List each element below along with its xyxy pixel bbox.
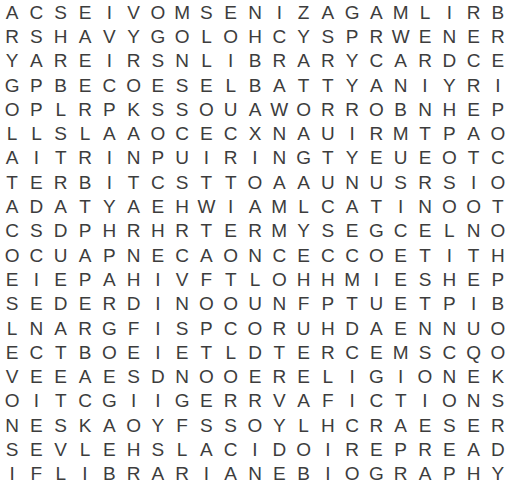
- grid-cell[interactable]: O: [243, 316, 267, 340]
- grid-cell[interactable]: K: [73, 413, 97, 437]
- grid-cell[interactable]: S: [49, 121, 73, 145]
- grid-cell[interactable]: N: [0, 413, 24, 437]
- grid-cell[interactable]: N: [243, 243, 267, 267]
- grid-cell[interactable]: S: [146, 437, 170, 461]
- grid-cell[interactable]: E: [461, 97, 485, 121]
- grid-cell[interactable]: E: [461, 24, 485, 48]
- grid-cell[interactable]: O: [194, 292, 218, 316]
- grid-cell[interactable]: U: [389, 146, 413, 170]
- grid-cell[interactable]: G: [364, 219, 388, 243]
- grid-cell[interactable]: E: [413, 219, 437, 243]
- grid-cell[interactable]: L: [194, 24, 218, 48]
- grid-cell[interactable]: F: [194, 267, 218, 291]
- grid-cell[interactable]: U: [316, 121, 340, 145]
- grid-cell[interactable]: O: [219, 24, 243, 48]
- grid-cell[interactable]: H: [316, 316, 340, 340]
- grid-cell[interactable]: O: [267, 267, 291, 291]
- grid-cell[interactable]: O: [0, 97, 24, 121]
- grid-cell[interactable]: E: [291, 340, 315, 364]
- grid-cell[interactable]: P: [146, 146, 170, 170]
- grid-cell[interactable]: A: [413, 462, 437, 486]
- grid-cell[interactable]: E: [73, 73, 97, 97]
- grid-cell[interactable]: B: [97, 462, 121, 486]
- grid-cell[interactable]: E: [461, 413, 485, 437]
- grid-cell[interactable]: B: [243, 49, 267, 73]
- grid-cell[interactable]: F: [170, 413, 194, 437]
- grid-cell[interactable]: C: [316, 243, 340, 267]
- grid-cell[interactable]: I: [389, 194, 413, 218]
- grid-cell[interactable]: C: [267, 24, 291, 48]
- grid-cell[interactable]: A: [364, 73, 388, 97]
- grid-cell[interactable]: R: [364, 24, 388, 48]
- grid-cell[interactable]: H: [316, 413, 340, 437]
- grid-cell[interactable]: A: [316, 0, 340, 24]
- grid-cell[interactable]: V: [0, 364, 24, 388]
- grid-cell[interactable]: L: [194, 49, 218, 73]
- grid-cell[interactable]: R: [243, 219, 267, 243]
- grid-cell[interactable]: R: [364, 413, 388, 437]
- grid-cell[interactable]: O: [437, 146, 461, 170]
- grid-cell[interactable]: N: [121, 146, 145, 170]
- grid-cell[interactable]: D: [49, 219, 73, 243]
- grid-cell[interactable]: I: [146, 340, 170, 364]
- grid-cell[interactable]: E: [194, 121, 218, 145]
- grid-cell[interactable]: Y: [146, 413, 170, 437]
- grid-cell[interactable]: L: [170, 437, 194, 461]
- grid-cell[interactable]: E: [146, 73, 170, 97]
- grid-cell[interactable]: A: [219, 462, 243, 486]
- grid-cell[interactable]: H: [146, 219, 170, 243]
- grid-cell[interactable]: U: [316, 170, 340, 194]
- grid-cell[interactable]: C: [24, 340, 48, 364]
- grid-cell[interactable]: I: [413, 73, 437, 97]
- grid-cell[interactable]: T: [340, 292, 364, 316]
- grid-cell[interactable]: N: [243, 0, 267, 24]
- grid-cell[interactable]: O: [461, 194, 485, 218]
- grid-cell[interactable]: G: [364, 462, 388, 486]
- grid-cell[interactable]: Y: [340, 49, 364, 73]
- grid-cell[interactable]: S: [194, 413, 218, 437]
- grid-cell[interactable]: C: [340, 243, 364, 267]
- grid-cell[interactable]: P: [437, 121, 461, 145]
- grid-cell[interactable]: A: [364, 0, 388, 24]
- grid-cell[interactable]: T: [486, 194, 510, 218]
- grid-cell[interactable]: T: [291, 73, 315, 97]
- grid-cell[interactable]: R: [316, 97, 340, 121]
- grid-cell[interactable]: D: [121, 292, 145, 316]
- grid-cell[interactable]: C: [267, 243, 291, 267]
- grid-cell[interactable]: E: [73, 49, 97, 73]
- grid-cell[interactable]: L: [291, 413, 315, 437]
- grid-cell[interactable]: U: [170, 146, 194, 170]
- grid-cell[interactable]: L: [49, 462, 73, 486]
- grid-cell[interactable]: E: [0, 340, 24, 364]
- grid-cell[interactable]: S: [121, 364, 145, 388]
- grid-cell[interactable]: C: [146, 170, 170, 194]
- grid-cell[interactable]: S: [146, 97, 170, 121]
- grid-cell[interactable]: A: [340, 194, 364, 218]
- grid-cell[interactable]: P: [437, 462, 461, 486]
- grid-cell[interactable]: T: [49, 340, 73, 364]
- grid-cell[interactable]: I: [194, 462, 218, 486]
- grid-cell[interactable]: E: [364, 340, 388, 364]
- grid-cell[interactable]: A: [73, 24, 97, 48]
- grid-cell[interactable]: P: [24, 73, 48, 97]
- grid-cell[interactable]: I: [0, 462, 24, 486]
- grid-cell[interactable]: O: [97, 340, 121, 364]
- grid-cell[interactable]: C: [316, 194, 340, 218]
- grid-cell[interactable]: A: [49, 316, 73, 340]
- grid-cell[interactable]: A: [267, 73, 291, 97]
- grid-cell[interactable]: E: [461, 267, 485, 291]
- grid-cell[interactable]: L: [73, 437, 97, 461]
- grid-cell[interactable]: C: [340, 340, 364, 364]
- grid-cell[interactable]: R: [486, 413, 510, 437]
- grid-cell[interactable]: E: [340, 219, 364, 243]
- grid-cell[interactable]: A: [291, 121, 315, 145]
- grid-cell[interactable]: H: [291, 267, 315, 291]
- grid-cell[interactable]: C: [461, 49, 485, 73]
- grid-cell[interactable]: A: [0, 194, 24, 218]
- grid-cell[interactable]: I: [194, 146, 218, 170]
- grid-cell[interactable]: C: [24, 243, 48, 267]
- grid-cell[interactable]: C: [0, 219, 24, 243]
- grid-cell[interactable]: T: [194, 219, 218, 243]
- grid-cell[interactable]: R: [340, 437, 364, 461]
- grid-cell[interactable]: H: [437, 267, 461, 291]
- grid-cell[interactable]: R: [316, 49, 340, 73]
- grid-cell[interactable]: U: [364, 292, 388, 316]
- grid-cell[interactable]: C: [340, 413, 364, 437]
- grid-cell[interactable]: B: [49, 73, 73, 97]
- grid-cell[interactable]: M: [389, 121, 413, 145]
- grid-cell[interactable]: I: [97, 146, 121, 170]
- grid-cell[interactable]: N: [413, 194, 437, 218]
- grid-cell[interactable]: T: [389, 389, 413, 413]
- grid-cell[interactable]: O: [340, 462, 364, 486]
- grid-cell[interactable]: T: [267, 340, 291, 364]
- grid-cell[interactable]: S: [389, 170, 413, 194]
- grid-cell[interactable]: R: [267, 364, 291, 388]
- grid-cell[interactable]: I: [243, 146, 267, 170]
- grid-cell[interactable]: V: [121, 0, 145, 24]
- grid-cell[interactable]: D: [267, 437, 291, 461]
- grid-cell[interactable]: A: [291, 49, 315, 73]
- grid-cell[interactable]: K: [121, 97, 145, 121]
- grid-cell[interactable]: I: [146, 267, 170, 291]
- grid-cell[interactable]: C: [364, 49, 388, 73]
- grid-cell[interactable]: R: [121, 219, 145, 243]
- grid-cell[interactable]: F: [121, 316, 145, 340]
- grid-cell[interactable]: H: [121, 437, 145, 461]
- grid-cell[interactable]: A: [0, 0, 24, 24]
- grid-cell[interactable]: P: [97, 97, 121, 121]
- grid-cell[interactable]: O: [219, 364, 243, 388]
- grid-cell[interactable]: P: [97, 243, 121, 267]
- grid-cell[interactable]: I: [437, 243, 461, 267]
- grid-cell[interactable]: V: [170, 267, 194, 291]
- grid-cell[interactable]: E: [267, 462, 291, 486]
- grid-cell[interactable]: V: [267, 389, 291, 413]
- grid-cell[interactable]: O: [364, 243, 388, 267]
- grid-cell[interactable]: I: [340, 389, 364, 413]
- grid-cell[interactable]: O: [121, 73, 145, 97]
- grid-cell[interactable]: U: [49, 243, 73, 267]
- grid-cell[interactable]: E: [97, 437, 121, 461]
- grid-cell[interactable]: L: [243, 267, 267, 291]
- grid-cell[interactable]: R: [340, 97, 364, 121]
- grid-cell[interactable]: E: [437, 437, 461, 461]
- grid-cell[interactable]: R: [73, 146, 97, 170]
- grid-cell[interactable]: R: [413, 49, 437, 73]
- grid-cell[interactable]: H: [486, 243, 510, 267]
- grid-cell[interactable]: N: [461, 389, 485, 413]
- grid-cell[interactable]: G: [364, 364, 388, 388]
- grid-cell[interactable]: B: [486, 0, 510, 24]
- grid-cell[interactable]: E: [486, 49, 510, 73]
- grid-cell[interactable]: S: [24, 24, 48, 48]
- grid-cell[interactable]: S: [49, 413, 73, 437]
- grid-cell[interactable]: S: [437, 170, 461, 194]
- grid-cell[interactable]: E: [24, 364, 48, 388]
- grid-cell[interactable]: P: [24, 97, 48, 121]
- grid-cell[interactable]: A: [97, 413, 121, 437]
- grid-cell[interactable]: E: [24, 170, 48, 194]
- grid-cell[interactable]: N: [437, 24, 461, 48]
- grid-cell[interactable]: A: [146, 462, 170, 486]
- grid-cell[interactable]: C: [219, 316, 243, 340]
- grid-cell[interactable]: G: [97, 389, 121, 413]
- grid-cell[interactable]: P: [486, 267, 510, 291]
- grid-cell[interactable]: E: [24, 292, 48, 316]
- grid-cell[interactable]: R: [389, 462, 413, 486]
- grid-cell[interactable]: E: [413, 413, 437, 437]
- grid-cell[interactable]: C: [97, 73, 121, 97]
- grid-cell[interactable]: R: [170, 219, 194, 243]
- grid-cell[interactable]: C: [486, 146, 510, 170]
- grid-cell[interactable]: R: [170, 462, 194, 486]
- grid-cell[interactable]: E: [73, 0, 97, 24]
- grid-cell[interactable]: R: [121, 49, 145, 73]
- grid-cell[interactable]: E: [24, 437, 48, 461]
- grid-cell[interactable]: W: [267, 97, 291, 121]
- grid-cell[interactable]: T: [316, 73, 340, 97]
- grid-cell[interactable]: A: [461, 121, 485, 145]
- grid-cell[interactable]: U: [291, 316, 315, 340]
- grid-cell[interactable]: H: [170, 194, 194, 218]
- grid-cell[interactable]: S: [170, 170, 194, 194]
- grid-cell[interactable]: O: [0, 389, 24, 413]
- grid-cell[interactable]: W: [389, 24, 413, 48]
- grid-cell[interactable]: O: [486, 316, 510, 340]
- grid-cell[interactable]: E: [364, 146, 388, 170]
- grid-cell[interactable]: S: [0, 437, 24, 461]
- grid-cell[interactable]: A: [267, 170, 291, 194]
- grid-cell[interactable]: N: [243, 462, 267, 486]
- grid-cell[interactable]: O: [437, 389, 461, 413]
- grid-cell[interactable]: I: [461, 292, 485, 316]
- grid-cell[interactable]: T: [413, 243, 437, 267]
- grid-cell[interactable]: I: [316, 462, 340, 486]
- grid-cell[interactable]: H: [49, 24, 73, 48]
- grid-cell[interactable]: M: [389, 0, 413, 24]
- grid-cell[interactable]: D: [24, 194, 48, 218]
- grid-cell[interactable]: A: [389, 49, 413, 73]
- grid-cell[interactable]: T: [413, 292, 437, 316]
- grid-cell[interactable]: I: [413, 389, 437, 413]
- grid-cell[interactable]: E: [413, 24, 437, 48]
- grid-cell[interactable]: T: [73, 194, 97, 218]
- grid-cell[interactable]: H: [121, 267, 145, 291]
- grid-cell[interactable]: U: [219, 97, 243, 121]
- grid-cell[interactable]: K: [486, 364, 510, 388]
- grid-cell[interactable]: S: [316, 219, 340, 243]
- grid-cell[interactable]: T: [219, 170, 243, 194]
- grid-cell[interactable]: B: [243, 73, 267, 97]
- grid-cell[interactable]: H: [97, 219, 121, 243]
- grid-cell[interactable]: N: [413, 97, 437, 121]
- grid-cell[interactable]: H: [316, 267, 340, 291]
- grid-cell[interactable]: O: [291, 437, 315, 461]
- grid-cell[interactable]: I: [24, 267, 48, 291]
- grid-cell[interactable]: E: [389, 316, 413, 340]
- grid-cell[interactable]: T: [121, 170, 145, 194]
- grid-cell[interactable]: I: [267, 0, 291, 24]
- grid-cell[interactable]: I: [461, 170, 485, 194]
- grid-cell[interactable]: O: [194, 364, 218, 388]
- grid-cell[interactable]: C: [73, 389, 97, 413]
- grid-cell[interactable]: A: [121, 194, 145, 218]
- grid-cell[interactable]: O: [413, 364, 437, 388]
- grid-cell[interactable]: H: [243, 24, 267, 48]
- grid-cell[interactable]: E: [170, 340, 194, 364]
- grid-cell[interactable]: T: [0, 170, 24, 194]
- grid-cell[interactable]: N: [267, 292, 291, 316]
- grid-cell[interactable]: A: [0, 146, 24, 170]
- grid-cell[interactable]: T: [316, 146, 340, 170]
- grid-cell[interactable]: I: [219, 49, 243, 73]
- grid-cell[interactable]: D: [437, 49, 461, 73]
- grid-cell[interactable]: E: [194, 389, 218, 413]
- grid-cell[interactable]: I: [146, 316, 170, 340]
- grid-cell[interactable]: S: [170, 73, 194, 97]
- grid-cell[interactable]: E: [219, 0, 243, 24]
- grid-cell[interactable]: F: [24, 462, 48, 486]
- grid-cell[interactable]: C: [364, 389, 388, 413]
- grid-cell[interactable]: R: [49, 49, 73, 73]
- grid-cell[interactable]: R: [97, 292, 121, 316]
- grid-cell[interactable]: R: [219, 146, 243, 170]
- grid-cell[interactable]: S: [194, 0, 218, 24]
- grid-cell[interactable]: E: [291, 243, 315, 267]
- grid-cell[interactable]: E: [121, 340, 145, 364]
- grid-cell[interactable]: N: [170, 364, 194, 388]
- grid-cell[interactable]: I: [364, 267, 388, 291]
- grid-cell[interactable]: O: [486, 170, 510, 194]
- grid-cell[interactable]: G: [340, 0, 364, 24]
- grid-cell[interactable]: T: [364, 194, 388, 218]
- grid-cell[interactable]: I: [243, 437, 267, 461]
- grid-cell[interactable]: R: [121, 462, 145, 486]
- grid-cell[interactable]: A: [194, 243, 218, 267]
- grid-cell[interactable]: O: [437, 194, 461, 218]
- grid-cell[interactable]: P: [486, 97, 510, 121]
- grid-cell[interactable]: G: [146, 24, 170, 48]
- grid-cell[interactable]: N: [437, 316, 461, 340]
- grid-cell[interactable]: I: [219, 194, 243, 218]
- grid-cell[interactable]: I: [24, 146, 48, 170]
- grid-cell[interactable]: G: [0, 73, 24, 97]
- grid-cell[interactable]: O: [0, 243, 24, 267]
- grid-cell[interactable]: L: [0, 121, 24, 145]
- grid-cell[interactable]: O: [194, 97, 218, 121]
- grid-cell[interactable]: Y: [121, 24, 145, 48]
- grid-cell[interactable]: P: [316, 292, 340, 316]
- grid-cell[interactable]: A: [243, 97, 267, 121]
- grid-cell[interactable]: N: [389, 73, 413, 97]
- grid-cell[interactable]: A: [49, 194, 73, 218]
- grid-cell[interactable]: A: [73, 243, 97, 267]
- grid-cell[interactable]: U: [461, 316, 485, 340]
- grid-cell[interactable]: P: [340, 24, 364, 48]
- grid-cell[interactable]: S: [146, 49, 170, 73]
- grid-cell[interactable]: Y: [437, 73, 461, 97]
- grid-cell[interactable]: E: [49, 267, 73, 291]
- grid-cell[interactable]: O: [243, 170, 267, 194]
- grid-cell[interactable]: T: [49, 146, 73, 170]
- grid-cell[interactable]: T: [461, 146, 485, 170]
- grid-cell[interactable]: E: [97, 364, 121, 388]
- grid-cell[interactable]: O: [219, 292, 243, 316]
- grid-cell[interactable]: Y: [291, 24, 315, 48]
- grid-cell[interactable]: N: [267, 146, 291, 170]
- grid-cell[interactable]: R: [413, 170, 437, 194]
- grid-cell[interactable]: A: [243, 194, 267, 218]
- grid-cell[interactable]: E: [413, 146, 437, 170]
- grid-cell[interactable]: D: [340, 316, 364, 340]
- grid-cell[interactable]: E: [0, 267, 24, 291]
- grid-cell[interactable]: L: [413, 0, 437, 24]
- grid-cell[interactable]: Y: [0, 49, 24, 73]
- grid-cell[interactable]: T: [219, 267, 243, 291]
- grid-cell[interactable]: A: [73, 364, 97, 388]
- grid-cell[interactable]: E: [194, 73, 218, 97]
- grid-cell[interactable]: E: [49, 364, 73, 388]
- grid-cell[interactable]: P: [73, 267, 97, 291]
- grid-cell[interactable]: M: [170, 0, 194, 24]
- grid-cell[interactable]: I: [340, 364, 364, 388]
- grid-cell[interactable]: R: [316, 340, 340, 364]
- grid-cell[interactable]: B: [291, 462, 315, 486]
- grid-cell[interactable]: I: [146, 292, 170, 316]
- grid-cell[interactable]: E: [219, 219, 243, 243]
- grid-cell[interactable]: N: [121, 243, 145, 267]
- grid-cell[interactable]: E: [364, 437, 388, 461]
- grid-cell[interactable]: C: [389, 219, 413, 243]
- grid-cell[interactable]: D: [146, 364, 170, 388]
- grid-cell[interactable]: M: [340, 267, 364, 291]
- grid-cell[interactable]: N: [413, 316, 437, 340]
- grid-cell[interactable]: Q: [461, 340, 485, 364]
- grid-cell[interactable]: I: [340, 121, 364, 145]
- grid-cell[interactable]: V: [49, 437, 73, 461]
- grid-cell[interactable]: I: [316, 437, 340, 461]
- grid-cell[interactable]: C: [219, 121, 243, 145]
- grid-cell[interactable]: I: [121, 389, 145, 413]
- grid-cell[interactable]: R: [413, 437, 437, 461]
- grid-cell[interactable]: O: [486, 219, 510, 243]
- grid-cell[interactable]: P: [389, 437, 413, 461]
